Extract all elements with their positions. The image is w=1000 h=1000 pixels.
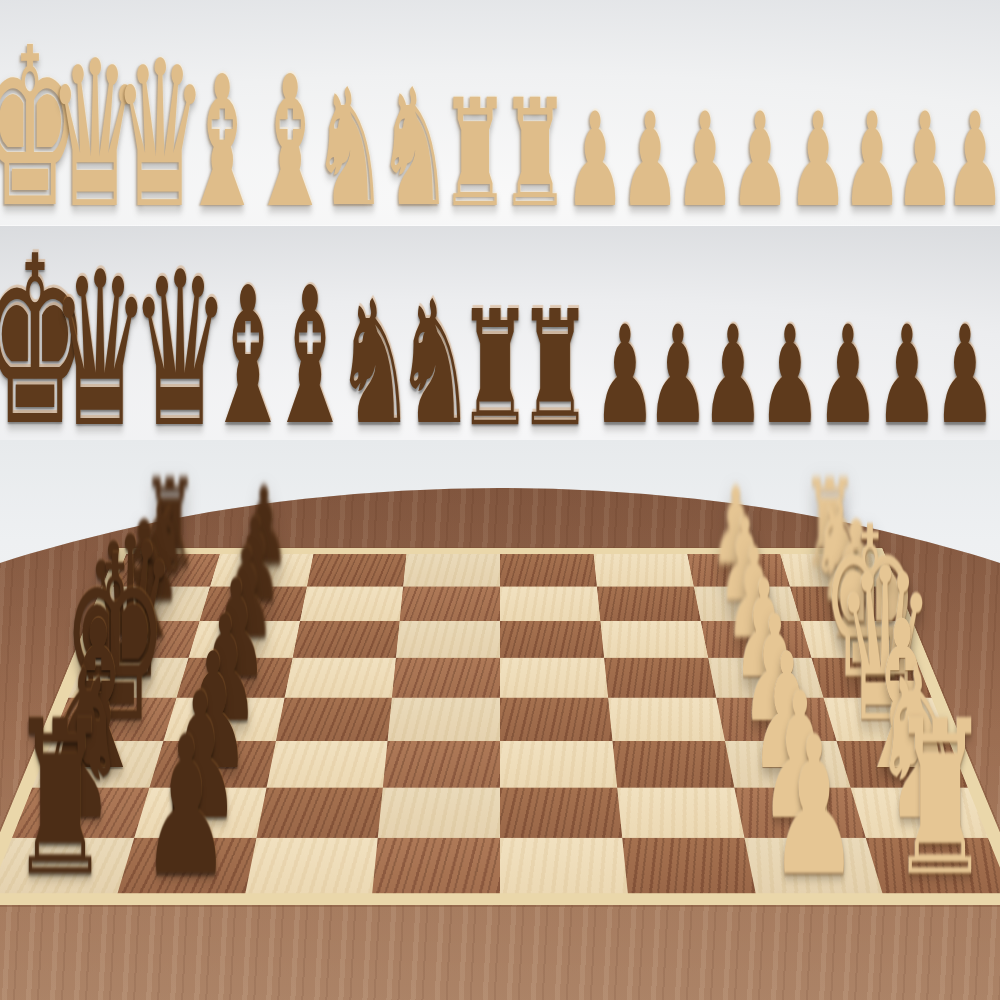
dark-pawn: ♟	[759, 309, 822, 444]
light-pawn: ♟	[620, 96, 680, 226]
light-pieces-row: ♚♛♛♝♝♞♞♜♜♟♟♟♟♟♟♟♟	[0, 0, 1000, 225]
light-rook: ♜	[440, 80, 509, 229]
dark-pawn: ♟	[702, 309, 765, 444]
board-dark-pawn: ♟	[141, 711, 230, 903]
board-light-rook: ♜	[891, 693, 990, 907]
light-pawn: ♟	[842, 96, 902, 226]
board-pieces-layer: ♜♟♟♜♞♟♟♞♝♟♟♝♚♟♟♛♛♟♟♚♝♟♟♝♞♟♟♞♜♟♟♜	[0, 440, 1000, 1000]
board-light-pawn: ♟	[770, 711, 859, 903]
dark-pawn: ♟	[647, 309, 710, 444]
light-rook: ♜	[500, 80, 569, 229]
dark-pawn: ♟	[876, 309, 939, 444]
light-pawn: ♟	[730, 96, 790, 226]
light-pawn: ♟	[788, 96, 848, 226]
dark-pawn: ♟	[817, 309, 880, 444]
light-pawn: ♟	[945, 96, 1000, 226]
product-photo: ♚♛♛♝♝♞♞♜♜♟♟♟♟♟♟♟♟ ♚♛♛♝♝♞♞♜♜♟♟♟♟♟♟♟ ♜♟♟♜♞…	[0, 0, 1000, 1000]
light-knight: ♞	[312, 68, 387, 230]
dark-pawn: ♟	[934, 309, 997, 444]
dark-rook: ♜	[518, 288, 592, 447]
dark-pieces-row: ♚♛♛♝♝♞♞♜♜♟♟♟♟♟♟♟	[0, 225, 1000, 441]
chess-board-scene: ♜♟♟♜♞♟♟♞♝♟♟♝♚♟♟♛♛♟♟♚♝♟♟♝♞♟♟♞♜♟♟♜	[0, 440, 1000, 1000]
board-dark-rook: ♜	[10, 693, 109, 907]
light-pawn: ♟	[565, 96, 625, 226]
light-pawn: ♟	[675, 96, 735, 226]
